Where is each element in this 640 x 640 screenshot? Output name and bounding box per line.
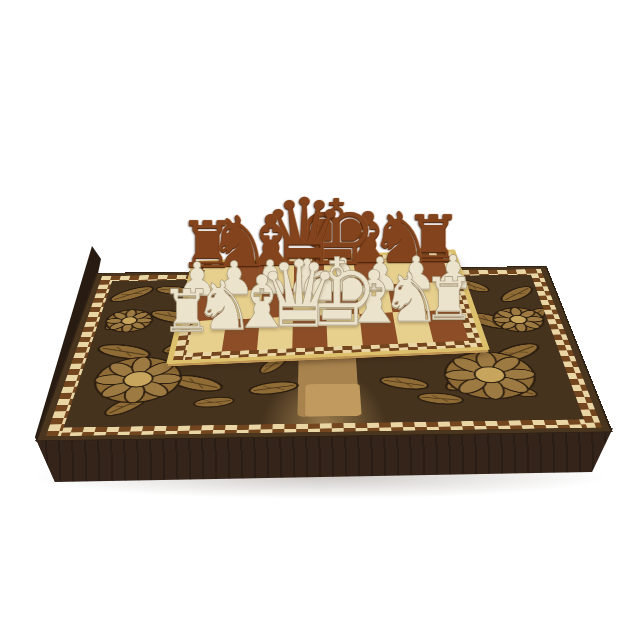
leaf-carving — [417, 392, 463, 406]
leaf-carving — [496, 284, 537, 304]
leaf-carving — [194, 396, 235, 409]
product-photo-chess-box: ♜♞♝♛♚♝♞♜♟♟♟♟♟♟♟♟♜♞♝♛♚♝♞♜ — [0, 0, 640, 640]
clasp-area — [305, 384, 361, 417]
leaf-carving — [378, 375, 430, 392]
flower-carving — [102, 309, 155, 332]
piece-white-R-a1[interactable]: ♜ — [161, 282, 213, 340]
leaf-carving — [248, 380, 300, 397]
leaf-carving — [107, 284, 157, 304]
